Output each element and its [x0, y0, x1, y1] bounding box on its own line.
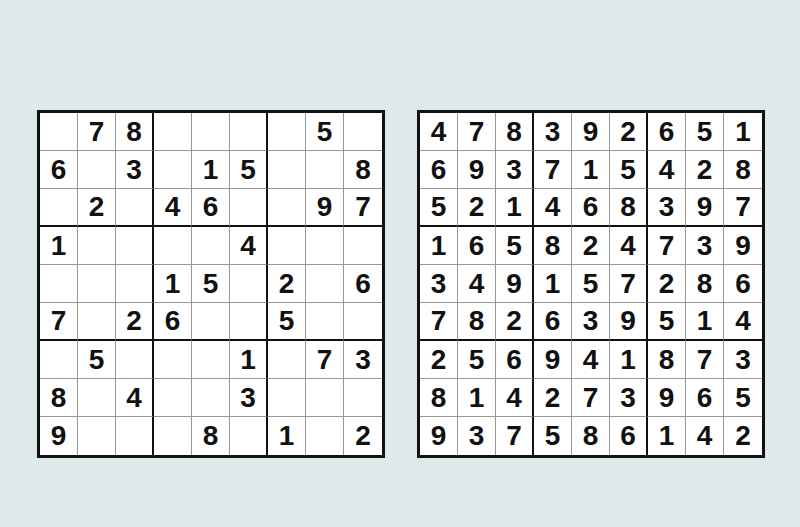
cell-r8c9: 5 — [724, 379, 762, 417]
cell-r8c5 — [192, 379, 230, 417]
cell-r7c1: 2 — [420, 341, 458, 379]
cell-r8c3: 4 — [116, 379, 154, 417]
cell-r8c1: 8 — [420, 379, 458, 417]
cell-r4c7: 7 — [648, 227, 686, 265]
cell-r1c4: 3 — [534, 113, 572, 151]
cell-r2c3: 3 — [116, 151, 154, 189]
cell-r9c1: 9 — [40, 417, 78, 455]
cell-r4c3: 5 — [496, 227, 534, 265]
page: 7856315824697141526726551738439812 47839… — [0, 0, 800, 527]
cell-r4c6: 4 — [610, 227, 648, 265]
cell-r1c3: 8 — [496, 113, 534, 151]
cell-r5c2 — [78, 265, 116, 303]
cell-r8c8 — [306, 379, 344, 417]
cell-r9c9: 2 — [344, 417, 382, 455]
cell-r2c5: 1 — [192, 151, 230, 189]
cell-r3c1 — [40, 189, 78, 227]
cell-r1c1: 4 — [420, 113, 458, 151]
cell-r2c3: 3 — [496, 151, 534, 189]
cell-r6c7: 5 — [648, 303, 686, 341]
cell-r3c2: 2 — [458, 189, 496, 227]
cell-r1c6 — [230, 113, 268, 151]
cell-r1c8: 5 — [306, 113, 344, 151]
cell-r4c5 — [192, 227, 230, 265]
cell-r6c9: 4 — [724, 303, 762, 341]
cell-r1c7: 6 — [648, 113, 686, 151]
cell-r6c5 — [192, 303, 230, 341]
cell-r2c6: 5 — [230, 151, 268, 189]
cell-r3c6: 8 — [610, 189, 648, 227]
cell-r1c2: 7 — [78, 113, 116, 151]
cell-r5c9: 6 — [724, 265, 762, 303]
cell-r3c4: 4 — [154, 189, 192, 227]
cell-r7c7 — [268, 341, 306, 379]
cell-r2c9: 8 — [344, 151, 382, 189]
cell-r4c2 — [78, 227, 116, 265]
cell-r9c8 — [306, 417, 344, 455]
cell-r3c6 — [230, 189, 268, 227]
cell-r8c7 — [268, 379, 306, 417]
cell-r7c3 — [116, 341, 154, 379]
solution-board: 4783926516937154285214683971658247393491… — [417, 110, 765, 458]
cell-r9c6: 6 — [610, 417, 648, 455]
cell-r7c1 — [40, 341, 78, 379]
cell-r1c3: 8 — [116, 113, 154, 151]
cell-r2c4: 7 — [534, 151, 572, 189]
cell-r5c7: 2 — [268, 265, 306, 303]
cell-r5c8: 8 — [686, 265, 724, 303]
cell-r3c5: 6 — [192, 189, 230, 227]
cell-r2c2 — [78, 151, 116, 189]
cell-r6c9 — [344, 303, 382, 341]
cell-r6c6 — [230, 303, 268, 341]
cell-r6c3: 2 — [496, 303, 534, 341]
cell-r4c4: 8 — [534, 227, 572, 265]
sudoku-boards-row: 7856315824697141526726551738439812 47839… — [37, 110, 765, 458]
cell-r7c9: 3 — [344, 341, 382, 379]
cell-r7c2: 5 — [458, 341, 496, 379]
cell-r3c5: 6 — [572, 189, 610, 227]
cell-r9c7: 1 — [268, 417, 306, 455]
cell-r5c4: 1 — [534, 265, 572, 303]
cell-r7c6: 1 — [230, 341, 268, 379]
cell-r8c5: 7 — [572, 379, 610, 417]
cell-r6c8 — [306, 303, 344, 341]
cell-r7c6: 1 — [610, 341, 648, 379]
cell-r3c1: 5 — [420, 189, 458, 227]
cell-r4c8 — [306, 227, 344, 265]
cell-r7c5: 4 — [572, 341, 610, 379]
cell-r2c7: 4 — [648, 151, 686, 189]
cell-r6c1: 7 — [420, 303, 458, 341]
cell-r5c3 — [116, 265, 154, 303]
cell-r7c3: 6 — [496, 341, 534, 379]
cell-r6c7: 5 — [268, 303, 306, 341]
cell-r3c8: 9 — [306, 189, 344, 227]
cell-r6c4: 6 — [534, 303, 572, 341]
cell-r8c1: 8 — [40, 379, 78, 417]
cell-r8c2: 1 — [458, 379, 496, 417]
cell-r9c1: 9 — [420, 417, 458, 455]
cell-r7c4: 9 — [534, 341, 572, 379]
cell-r5c5: 5 — [192, 265, 230, 303]
cell-r5c3: 9 — [496, 265, 534, 303]
cell-r7c5 — [192, 341, 230, 379]
cell-r9c5: 8 — [572, 417, 610, 455]
cell-r9c3: 7 — [496, 417, 534, 455]
cell-r3c8: 9 — [686, 189, 724, 227]
cell-r9c5: 8 — [192, 417, 230, 455]
cell-r5c6 — [230, 265, 268, 303]
cell-r4c1: 1 — [40, 227, 78, 265]
cell-r7c8: 7 — [306, 341, 344, 379]
cell-r9c4 — [154, 417, 192, 455]
cell-r3c9: 7 — [344, 189, 382, 227]
cell-r5c7: 2 — [648, 265, 686, 303]
cell-r4c1: 1 — [420, 227, 458, 265]
cell-r8c8: 6 — [686, 379, 724, 417]
cell-r3c2: 2 — [78, 189, 116, 227]
cell-r5c6: 7 — [610, 265, 648, 303]
cell-r9c2 — [78, 417, 116, 455]
cell-r9c8: 4 — [686, 417, 724, 455]
cell-r9c6 — [230, 417, 268, 455]
cell-r7c9: 3 — [724, 341, 762, 379]
cell-r8c3: 4 — [496, 379, 534, 417]
cell-r6c4: 6 — [154, 303, 192, 341]
cell-r1c1 — [40, 113, 78, 151]
cell-r5c1 — [40, 265, 78, 303]
cell-r8c9 — [344, 379, 382, 417]
cell-r8c6: 3 — [230, 379, 268, 417]
cell-r2c6: 5 — [610, 151, 648, 189]
cell-r4c9: 9 — [724, 227, 762, 265]
cell-r2c2: 9 — [458, 151, 496, 189]
cell-r6c2 — [78, 303, 116, 341]
cell-r1c5: 9 — [572, 113, 610, 151]
cell-r8c7: 9 — [648, 379, 686, 417]
cell-r4c4 — [154, 227, 192, 265]
cell-r4c7 — [268, 227, 306, 265]
cell-r6c3: 2 — [116, 303, 154, 341]
cell-r9c7: 1 — [648, 417, 686, 455]
cell-r2c5: 1 — [572, 151, 610, 189]
cell-r4c5: 2 — [572, 227, 610, 265]
cell-r2c9: 8 — [724, 151, 762, 189]
cell-r2c8: 2 — [686, 151, 724, 189]
cell-r5c9: 6 — [344, 265, 382, 303]
cell-r9c2: 3 — [458, 417, 496, 455]
cell-r7c4 — [154, 341, 192, 379]
cell-r9c9: 2 — [724, 417, 762, 455]
cell-r8c2 — [78, 379, 116, 417]
cell-r5c2: 4 — [458, 265, 496, 303]
cell-r6c2: 8 — [458, 303, 496, 341]
cell-r4c9 — [344, 227, 382, 265]
cell-r2c4 — [154, 151, 192, 189]
cell-r1c2: 7 — [458, 113, 496, 151]
cell-r5c4: 1 — [154, 265, 192, 303]
cell-r1c9: 1 — [724, 113, 762, 151]
cell-r2c7 — [268, 151, 306, 189]
cell-r4c6: 4 — [230, 227, 268, 265]
cell-r6c1: 7 — [40, 303, 78, 341]
cell-r5c5: 5 — [572, 265, 610, 303]
cell-r5c1: 3 — [420, 265, 458, 303]
cell-r1c6: 2 — [610, 113, 648, 151]
cell-r6c8: 1 — [686, 303, 724, 341]
cell-r8c4: 2 — [534, 379, 572, 417]
cell-r6c6: 9 — [610, 303, 648, 341]
cell-r2c1: 6 — [420, 151, 458, 189]
cell-r8c6: 3 — [610, 379, 648, 417]
cell-r3c3 — [116, 189, 154, 227]
cell-r3c9: 7 — [724, 189, 762, 227]
cell-r2c1: 6 — [40, 151, 78, 189]
cell-r1c9 — [344, 113, 382, 151]
cell-r3c3: 1 — [496, 189, 534, 227]
cell-r8c4 — [154, 379, 192, 417]
cell-r9c4: 5 — [534, 417, 572, 455]
cell-r2c8 — [306, 151, 344, 189]
cell-r4c2: 6 — [458, 227, 496, 265]
cell-r7c2: 5 — [78, 341, 116, 379]
cell-r3c7 — [268, 189, 306, 227]
cell-r3c4: 4 — [534, 189, 572, 227]
cell-r5c8 — [306, 265, 344, 303]
cell-r9c3 — [116, 417, 154, 455]
cell-r1c4 — [154, 113, 192, 151]
cell-r1c8: 5 — [686, 113, 724, 151]
cell-r6c5: 3 — [572, 303, 610, 341]
cell-r1c7 — [268, 113, 306, 151]
cell-r7c7: 8 — [648, 341, 686, 379]
cell-r3c7: 3 — [648, 189, 686, 227]
puzzle-board: 7856315824697141526726551738439812 — [37, 110, 385, 458]
cell-r1c5 — [192, 113, 230, 151]
cell-r4c8: 3 — [686, 227, 724, 265]
cell-r7c8: 7 — [686, 341, 724, 379]
cell-r4c3 — [116, 227, 154, 265]
